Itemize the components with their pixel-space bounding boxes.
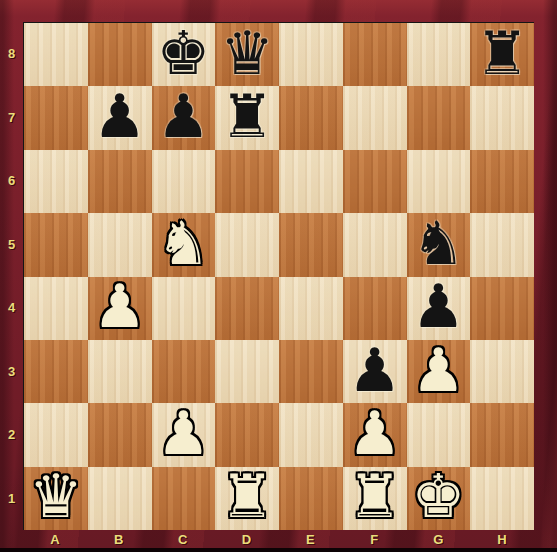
rank-label-5: 5 bbox=[0, 213, 23, 277]
piece-black-pawn[interactable]: ♟ bbox=[156, 86, 210, 146]
square-f6[interactable] bbox=[343, 150, 407, 213]
square-c4[interactable] bbox=[152, 277, 216, 340]
square-b2[interactable] bbox=[88, 403, 152, 466]
square-e5[interactable] bbox=[279, 213, 343, 276]
file-label-g: G bbox=[406, 530, 470, 548]
rank-label-8: 8 bbox=[0, 22, 23, 86]
square-a4[interactable] bbox=[24, 277, 88, 340]
square-b3[interactable] bbox=[88, 340, 152, 403]
file-label-h: H bbox=[470, 530, 534, 548]
piece-black-pawn[interactable]: ♟ bbox=[411, 277, 465, 337]
square-g7[interactable] bbox=[407, 86, 471, 149]
square-d7[interactable]: ♜ bbox=[215, 86, 279, 149]
square-e6[interactable] bbox=[279, 150, 343, 213]
rank-label-7: 7 bbox=[0, 86, 23, 150]
rank-label-3: 3 bbox=[0, 340, 23, 404]
square-d6[interactable] bbox=[215, 150, 279, 213]
square-g2[interactable] bbox=[407, 403, 471, 466]
square-h4[interactable] bbox=[470, 277, 534, 340]
square-h7[interactable] bbox=[470, 86, 534, 149]
piece-black-knight[interactable]: ♞ bbox=[411, 213, 465, 273]
square-g4[interactable]: ♟ bbox=[407, 277, 471, 340]
square-c7[interactable]: ♟ bbox=[152, 86, 216, 149]
square-f8[interactable] bbox=[343, 23, 407, 86]
square-d3[interactable] bbox=[215, 340, 279, 403]
file-label-e: E bbox=[279, 530, 343, 548]
square-g5[interactable]: ♞ bbox=[407, 213, 471, 276]
square-b6[interactable] bbox=[88, 150, 152, 213]
square-a1[interactable]: ♛ bbox=[24, 467, 88, 530]
rank-label-2: 2 bbox=[0, 403, 23, 467]
square-d5[interactable] bbox=[215, 213, 279, 276]
file-label-d: D bbox=[215, 530, 279, 548]
piece-white-queen[interactable]: ♛ bbox=[29, 467, 83, 527]
rank-label-6: 6 bbox=[0, 149, 23, 213]
square-g1[interactable]: ♚ bbox=[407, 467, 471, 530]
square-h5[interactable] bbox=[470, 213, 534, 276]
rank-label-4: 4 bbox=[0, 276, 23, 340]
square-h8[interactable]: ♜ bbox=[470, 23, 534, 86]
square-g6[interactable] bbox=[407, 150, 471, 213]
piece-black-queen[interactable]: ♛ bbox=[220, 23, 274, 83]
square-e1[interactable] bbox=[279, 467, 343, 530]
square-g3[interactable]: ♟ bbox=[407, 340, 471, 403]
square-b4[interactable]: ♟ bbox=[88, 277, 152, 340]
square-e4[interactable] bbox=[279, 277, 343, 340]
chess-board: ♚♛♜♟♟♜♞♞♟♟♟♟♟♟♛♜♜♚ bbox=[23, 22, 534, 530]
piece-black-rook[interactable]: ♜ bbox=[220, 86, 274, 146]
square-e2[interactable] bbox=[279, 403, 343, 466]
square-a8[interactable] bbox=[24, 23, 88, 86]
bottom-edge-strip bbox=[0, 548, 557, 552]
square-c6[interactable] bbox=[152, 150, 216, 213]
piece-white-rook[interactable]: ♜ bbox=[348, 467, 402, 527]
square-a2[interactable] bbox=[24, 403, 88, 466]
piece-white-pawn[interactable]: ♟ bbox=[93, 277, 147, 337]
square-h2[interactable] bbox=[470, 403, 534, 466]
square-d4[interactable] bbox=[215, 277, 279, 340]
square-b8[interactable] bbox=[88, 23, 152, 86]
square-e7[interactable] bbox=[279, 86, 343, 149]
file-label-b: B bbox=[87, 530, 151, 548]
square-h3[interactable] bbox=[470, 340, 534, 403]
square-d1[interactable]: ♜ bbox=[215, 467, 279, 530]
square-b7[interactable]: ♟ bbox=[88, 86, 152, 149]
square-b1[interactable] bbox=[88, 467, 152, 530]
square-f4[interactable] bbox=[343, 277, 407, 340]
square-e3[interactable] bbox=[279, 340, 343, 403]
chess-board-frame: 87654321 ♚♛♜♟♟♜♞♞♟♟♟♟♟♟♛♜♜♚ ABCDEFGH bbox=[0, 0, 557, 552]
square-f5[interactable] bbox=[343, 213, 407, 276]
piece-black-pawn[interactable]: ♟ bbox=[348, 340, 402, 400]
square-f7[interactable] bbox=[343, 86, 407, 149]
rank-label-1: 1 bbox=[0, 467, 23, 531]
square-a7[interactable] bbox=[24, 86, 88, 149]
piece-white-pawn[interactable]: ♟ bbox=[156, 403, 210, 463]
square-c5[interactable]: ♞ bbox=[152, 213, 216, 276]
square-g8[interactable] bbox=[407, 23, 471, 86]
square-c3[interactable] bbox=[152, 340, 216, 403]
square-e8[interactable] bbox=[279, 23, 343, 86]
square-f3[interactable]: ♟ bbox=[343, 340, 407, 403]
square-c1[interactable] bbox=[152, 467, 216, 530]
square-h6[interactable] bbox=[470, 150, 534, 213]
piece-black-rook[interactable]: ♜ bbox=[475, 23, 529, 83]
file-label-c: C bbox=[151, 530, 215, 548]
square-d8[interactable]: ♛ bbox=[215, 23, 279, 86]
square-f2[interactable]: ♟ bbox=[343, 403, 407, 466]
piece-white-rook[interactable]: ♜ bbox=[220, 467, 274, 527]
square-c2[interactable]: ♟ bbox=[152, 403, 216, 466]
square-h1[interactable] bbox=[470, 467, 534, 530]
square-d2[interactable] bbox=[215, 403, 279, 466]
file-label-a: A bbox=[23, 530, 87, 548]
square-c8[interactable]: ♚ bbox=[152, 23, 216, 86]
square-a3[interactable] bbox=[24, 340, 88, 403]
square-b5[interactable] bbox=[88, 213, 152, 276]
piece-black-pawn[interactable]: ♟ bbox=[93, 86, 147, 146]
piece-white-king[interactable]: ♚ bbox=[411, 467, 465, 527]
square-a5[interactable] bbox=[24, 213, 88, 276]
square-f1[interactable]: ♜ bbox=[343, 467, 407, 530]
rank-labels: 87654321 bbox=[0, 22, 23, 530]
square-a6[interactable] bbox=[24, 150, 88, 213]
piece-white-pawn[interactable]: ♟ bbox=[348, 403, 402, 463]
piece-white-pawn[interactable]: ♟ bbox=[411, 340, 465, 400]
piece-white-knight[interactable]: ♞ bbox=[156, 213, 210, 273]
piece-black-king[interactable]: ♚ bbox=[156, 23, 210, 83]
file-label-f: F bbox=[342, 530, 406, 548]
